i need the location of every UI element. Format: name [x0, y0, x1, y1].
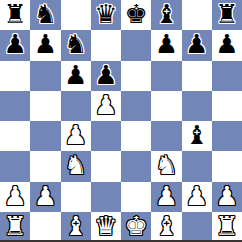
square-c6[interactable]: ♟ [61, 61, 91, 91]
square-g7[interactable]: ♟ [182, 30, 212, 60]
square-d5[interactable]: ♟ [91, 91, 121, 121]
square-c1[interactable]: ♝ [61, 212, 91, 242]
square-a5[interactable] [0, 91, 30, 121]
square-h6[interactable] [212, 61, 242, 91]
piece-black-pawn[interactable]: ♟ [94, 62, 117, 88]
piece-white-pawn[interactable]: ♟ [34, 183, 57, 209]
square-d7[interactable] [91, 30, 121, 60]
square-f5[interactable] [151, 91, 181, 121]
square-g8[interactable] [182, 0, 212, 30]
square-h5[interactable] [212, 91, 242, 121]
square-g1[interactable] [182, 212, 212, 242]
square-g5[interactable] [182, 91, 212, 121]
square-a1[interactable]: ♜ [0, 212, 30, 242]
square-e8[interactable]: ♚ [121, 0, 151, 30]
square-b5[interactable] [30, 91, 60, 121]
piece-black-knight[interactable]: ♞ [34, 1, 57, 27]
chessboard: ♜♞♛♚♝♜♟♟♞♟♟♟♟♟♟♟♝♞♞♟♟♟♟♟♜♝♛♚♝♜ [0, 0, 242, 242]
square-b1[interactable] [30, 212, 60, 242]
piece-black-king[interactable]: ♚ [124, 1, 147, 27]
square-a7[interactable]: ♟ [0, 30, 30, 60]
piece-black-pawn[interactable]: ♟ [34, 31, 57, 57]
square-d6[interactable]: ♟ [91, 61, 121, 91]
piece-black-bishop[interactable]: ♝ [155, 1, 178, 27]
square-d2[interactable] [91, 182, 121, 212]
piece-black-pawn[interactable]: ♟ [155, 31, 178, 57]
piece-black-bishop[interactable]: ♝ [185, 122, 208, 148]
chessboard-grid: ♜♞♛♚♝♜♟♟♞♟♟♟♟♟♟♟♝♞♞♟♟♟♟♟♜♝♛♚♝♜ [0, 0, 242, 242]
square-d8[interactable]: ♛ [91, 0, 121, 30]
square-f8[interactable]: ♝ [151, 0, 181, 30]
square-e6[interactable] [121, 61, 151, 91]
square-a8[interactable]: ♜ [0, 0, 30, 30]
piece-black-knight[interactable]: ♞ [64, 31, 87, 57]
square-a4[interactable] [0, 121, 30, 151]
square-c3[interactable]: ♞ [61, 151, 91, 181]
square-g6[interactable] [182, 61, 212, 91]
piece-white-pawn[interactable]: ♟ [185, 183, 208, 209]
square-a2[interactable]: ♟ [0, 182, 30, 212]
piece-black-pawn[interactable]: ♟ [3, 31, 26, 57]
square-b4[interactable] [30, 121, 60, 151]
square-c4[interactable]: ♟ [61, 121, 91, 151]
square-c7[interactable]: ♞ [61, 30, 91, 60]
square-a6[interactable] [0, 61, 30, 91]
square-e4[interactable] [121, 121, 151, 151]
square-e7[interactable] [121, 30, 151, 60]
piece-white-pawn[interactable]: ♟ [64, 122, 87, 148]
piece-black-queen[interactable]: ♛ [94, 1, 117, 27]
piece-black-pawn[interactable]: ♟ [185, 31, 208, 57]
square-f4[interactable] [151, 121, 181, 151]
square-g4[interactable]: ♝ [182, 121, 212, 151]
square-h4[interactable] [212, 121, 242, 151]
square-f6[interactable] [151, 61, 181, 91]
piece-black-rook[interactable]: ♜ [3, 1, 26, 27]
piece-white-queen[interactable]: ♛ [94, 213, 117, 239]
square-d1[interactable]: ♛ [91, 212, 121, 242]
square-c5[interactable] [61, 91, 91, 121]
piece-white-bishop[interactable]: ♝ [155, 213, 178, 239]
piece-white-rook[interactable]: ♜ [3, 213, 26, 239]
square-f7[interactable]: ♟ [151, 30, 181, 60]
square-c8[interactable] [61, 0, 91, 30]
square-h1[interactable]: ♜ [212, 212, 242, 242]
square-e3[interactable] [121, 151, 151, 181]
piece-white-king[interactable]: ♚ [124, 213, 147, 239]
square-e2[interactable] [121, 182, 151, 212]
piece-white-rook[interactable]: ♜ [215, 213, 238, 239]
square-b7[interactable]: ♟ [30, 30, 60, 60]
piece-black-rook[interactable]: ♜ [215, 1, 238, 27]
piece-white-pawn[interactable]: ♟ [3, 183, 26, 209]
square-g3[interactable] [182, 151, 212, 181]
square-g2[interactable]: ♟ [182, 182, 212, 212]
piece-black-pawn[interactable]: ♟ [215, 31, 238, 57]
square-e5[interactable] [121, 91, 151, 121]
square-h8[interactable]: ♜ [212, 0, 242, 30]
piece-black-pawn[interactable]: ♟ [64, 62, 87, 88]
piece-white-knight[interactable]: ♞ [155, 152, 178, 178]
square-b8[interactable]: ♞ [30, 0, 60, 30]
square-f2[interactable]: ♟ [151, 182, 181, 212]
piece-white-pawn[interactable]: ♟ [155, 183, 178, 209]
square-f3[interactable]: ♞ [151, 151, 181, 181]
square-b3[interactable] [30, 151, 60, 181]
piece-white-pawn[interactable]: ♟ [215, 183, 238, 209]
square-e1[interactable]: ♚ [121, 212, 151, 242]
square-f1[interactable]: ♝ [151, 212, 181, 242]
square-d3[interactable] [91, 151, 121, 181]
piece-white-knight[interactable]: ♞ [64, 152, 87, 178]
square-b6[interactable] [30, 61, 60, 91]
square-h3[interactable] [212, 151, 242, 181]
piece-white-bishop[interactable]: ♝ [64, 213, 87, 239]
piece-white-pawn[interactable]: ♟ [94, 92, 117, 118]
square-d4[interactable] [91, 121, 121, 151]
square-h7[interactable]: ♟ [212, 30, 242, 60]
square-b2[interactable]: ♟ [30, 182, 60, 212]
square-h2[interactable]: ♟ [212, 182, 242, 212]
square-a3[interactable] [0, 151, 30, 181]
square-c2[interactable] [61, 182, 91, 212]
